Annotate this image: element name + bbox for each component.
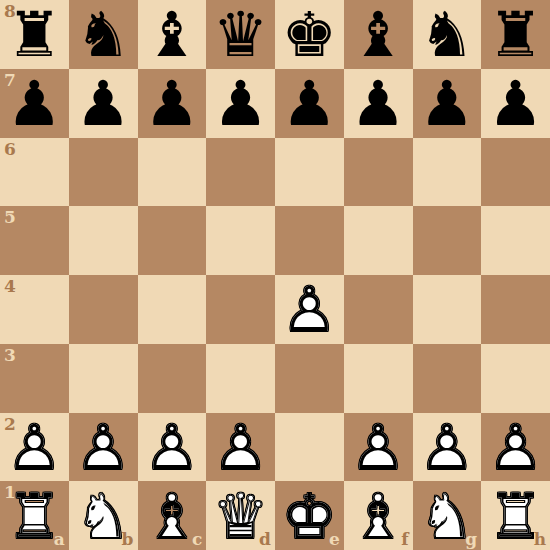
square-g6[interactable] — [413, 138, 482, 207]
square-d6[interactable] — [206, 138, 275, 207]
square-e8[interactable]: ♚ — [275, 0, 344, 69]
white-rook[interactable]: ♜♖ — [481, 481, 550, 550]
piece-fill: ♚ — [275, 1, 344, 70]
square-h5[interactable] — [481, 206, 550, 275]
black-pawn[interactable]: ♟ — [206, 69, 275, 138]
white-bishop[interactable]: ♝♗ — [344, 481, 413, 550]
square-e7[interactable]: ♟ — [275, 69, 344, 138]
square-b3[interactable] — [69, 344, 138, 413]
white-king[interactable]: ♚♔ — [275, 481, 344, 550]
square-b2[interactable]: ♟♙ — [69, 413, 138, 482]
white-pawn[interactable]: ♟♙ — [413, 413, 482, 482]
piece-outline: ♙ — [206, 414, 275, 483]
white-knight[interactable]: ♞♘ — [69, 481, 138, 550]
square-b1[interactable]: b♞♘ — [69, 481, 138, 550]
square-c7[interactable]: ♟ — [138, 69, 207, 138]
square-g5[interactable] — [413, 206, 482, 275]
square-f6[interactable] — [344, 138, 413, 207]
black-rook[interactable]: ♜ — [0, 0, 69, 69]
black-pawn[interactable]: ♟ — [138, 69, 207, 138]
white-pawn[interactable]: ♟♙ — [69, 413, 138, 482]
square-f7[interactable]: ♟ — [344, 69, 413, 138]
piece-outline: ♘ — [413, 482, 482, 550]
black-bishop[interactable]: ♝ — [138, 0, 207, 69]
square-f2[interactable]: ♟♙ — [344, 413, 413, 482]
black-queen[interactable]: ♛ — [206, 0, 275, 69]
piece-fill: ♟ — [481, 70, 550, 139]
square-e5[interactable] — [275, 206, 344, 275]
square-c8[interactable]: ♝ — [138, 0, 207, 69]
square-h3[interactable] — [481, 344, 550, 413]
piece-fill: ♞ — [413, 1, 482, 70]
piece-fill: ♜ — [0, 1, 69, 70]
white-rook[interactable]: ♜♖ — [0, 481, 69, 550]
piece-fill: ♝ — [138, 1, 207, 70]
rank-label-6: 6 — [4, 141, 16, 158]
square-c6[interactable] — [138, 138, 207, 207]
square-d8[interactable]: ♛ — [206, 0, 275, 69]
square-g3[interactable] — [413, 344, 482, 413]
square-a7[interactable]: 7♟ — [0, 69, 69, 138]
black-pawn[interactable]: ♟ — [69, 69, 138, 138]
piece-fill: ♟ — [344, 70, 413, 139]
square-f3[interactable] — [344, 344, 413, 413]
square-c5[interactable] — [138, 206, 207, 275]
square-e2[interactable] — [275, 413, 344, 482]
square-d3[interactable] — [206, 344, 275, 413]
square-d2[interactable]: ♟♙ — [206, 413, 275, 482]
square-h8[interactable]: ♜ — [481, 0, 550, 69]
piece-outline: ♗ — [138, 482, 207, 550]
square-b7[interactable]: ♟ — [69, 69, 138, 138]
square-f1[interactable]: f♝♗ — [344, 481, 413, 550]
rank-label-3: 3 — [4, 347, 16, 364]
piece-outline: ♖ — [0, 482, 69, 550]
black-pawn[interactable]: ♟ — [0, 69, 69, 138]
white-pawn[interactable]: ♟♙ — [344, 413, 413, 482]
square-g2[interactable]: ♟♙ — [413, 413, 482, 482]
piece-fill: ♝ — [344, 1, 413, 70]
chess-board: 8♜♞♝♛♚♝♞♜7♟♟♟♟♟♟♟♟654♟♙32♟♙♟♙♟♙♟♙♟♙♟♙♟♙1… — [0, 0, 550, 550]
square-e4[interactable]: ♟♙ — [275, 275, 344, 344]
square-f5[interactable] — [344, 206, 413, 275]
piece-fill: ♟ — [206, 70, 275, 139]
piece-fill: ♟ — [413, 70, 482, 139]
white-pawn[interactable]: ♟♙ — [481, 413, 550, 482]
piece-outline: ♘ — [69, 482, 138, 550]
piece-outline: ♙ — [138, 414, 207, 483]
black-king[interactable]: ♚ — [275, 0, 344, 69]
square-d5[interactable] — [206, 206, 275, 275]
square-a4[interactable]: 4 — [0, 275, 69, 344]
square-a3[interactable]: 3 — [0, 344, 69, 413]
square-c4[interactable] — [138, 275, 207, 344]
square-h1[interactable]: h♜♖ — [481, 481, 550, 550]
white-bishop[interactable]: ♝♗ — [138, 481, 207, 550]
square-a1[interactable]: 1a♜♖ — [0, 481, 69, 550]
black-knight[interactable]: ♞ — [69, 0, 138, 69]
square-h6[interactable] — [481, 138, 550, 207]
square-h4[interactable] — [481, 275, 550, 344]
piece-fill: ♛ — [206, 1, 275, 70]
piece-outline: ♙ — [481, 414, 550, 483]
piece-fill: ♟ — [0, 70, 69, 139]
piece-fill: ♟ — [275, 70, 344, 139]
square-a5[interactable]: 5 — [0, 206, 69, 275]
black-rook[interactable]: ♜ — [481, 0, 550, 69]
black-pawn[interactable]: ♟ — [413, 69, 482, 138]
square-d7[interactable]: ♟ — [206, 69, 275, 138]
square-c1[interactable]: c♝♗ — [138, 481, 207, 550]
black-pawn[interactable]: ♟ — [481, 69, 550, 138]
piece-outline: ♗ — [344, 482, 413, 550]
piece-fill: ♜ — [481, 1, 550, 70]
square-g8[interactable]: ♞ — [413, 0, 482, 69]
square-a8[interactable]: 8♜ — [0, 0, 69, 69]
chess-board-container: 8♜♞♝♛♚♝♞♜7♟♟♟♟♟♟♟♟654♟♙32♟♙♟♙♟♙♟♙♟♙♟♙♟♙1… — [0, 0, 550, 550]
white-pawn[interactable]: ♟♙ — [206, 413, 275, 482]
square-b8[interactable]: ♞ — [69, 0, 138, 69]
piece-fill: ♞ — [69, 1, 138, 70]
black-pawn[interactable]: ♟ — [275, 69, 344, 138]
piece-outline: ♙ — [413, 414, 482, 483]
white-queen[interactable]: ♛♕ — [206, 481, 275, 550]
rank-label-4: 4 — [4, 278, 16, 295]
square-g4[interactable] — [413, 275, 482, 344]
square-h7[interactable]: ♟ — [481, 69, 550, 138]
black-pawn[interactable]: ♟ — [344, 69, 413, 138]
square-d4[interactable] — [206, 275, 275, 344]
square-f4[interactable] — [344, 275, 413, 344]
rank-label-5: 5 — [4, 209, 16, 226]
piece-fill: ♟ — [69, 70, 138, 139]
piece-outline: ♕ — [206, 482, 275, 550]
square-g1[interactable]: g♞♘ — [413, 481, 482, 550]
square-h2[interactable]: ♟♙ — [481, 413, 550, 482]
piece-outline: ♖ — [481, 482, 550, 550]
square-f8[interactable]: ♝ — [344, 0, 413, 69]
square-d1[interactable]: d♛♕ — [206, 481, 275, 550]
square-e3[interactable] — [275, 344, 344, 413]
square-a2[interactable]: 2♟♙ — [0, 413, 69, 482]
square-e6[interactable] — [275, 138, 344, 207]
square-g7[interactable]: ♟ — [413, 69, 482, 138]
white-pawn[interactable]: ♟♙ — [275, 275, 344, 344]
black-knight[interactable]: ♞ — [413, 0, 482, 69]
square-b6[interactable] — [69, 138, 138, 207]
square-e1[interactable]: e♚♔ — [275, 481, 344, 550]
square-c2[interactable]: ♟♙ — [138, 413, 207, 482]
piece-outline: ♙ — [344, 414, 413, 483]
white-pawn[interactable]: ♟♙ — [138, 413, 207, 482]
square-b5[interactable] — [69, 206, 138, 275]
square-a6[interactable]: 6 — [0, 138, 69, 207]
square-c3[interactable] — [138, 344, 207, 413]
piece-outline: ♙ — [275, 276, 344, 345]
square-b4[interactable] — [69, 275, 138, 344]
piece-outline: ♔ — [275, 482, 344, 550]
white-pawn[interactable]: ♟♙ — [0, 413, 69, 482]
piece-outline: ♙ — [0, 414, 69, 483]
piece-outline: ♙ — [69, 414, 138, 483]
white-knight[interactable]: ♞♘ — [413, 481, 482, 550]
piece-fill: ♟ — [138, 70, 207, 139]
black-bishop[interactable]: ♝ — [344, 0, 413, 69]
